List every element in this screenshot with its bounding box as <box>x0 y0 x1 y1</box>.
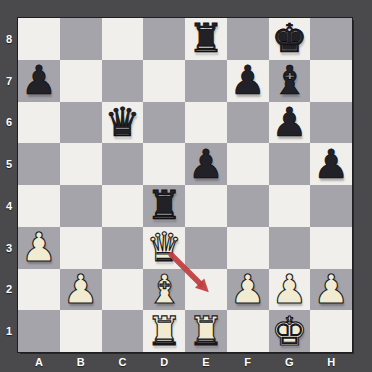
square-c8[interactable] <box>102 18 144 60</box>
square-d1[interactable]: ♜ <box>143 310 185 352</box>
rank-label-2: 2 <box>0 269 18 311</box>
square-g6[interactable]: ♟ <box>269 102 311 144</box>
piece-black-pawn-e5[interactable]: ♟ <box>188 144 224 185</box>
square-f6[interactable] <box>227 102 269 144</box>
square-h1[interactable] <box>310 310 352 352</box>
square-c4[interactable] <box>102 185 144 227</box>
piece-black-bishop-g7[interactable]: ♝ <box>271 60 307 101</box>
square-h5[interactable]: ♟ <box>310 143 352 185</box>
piece-black-pawn-a7[interactable]: ♟ <box>21 60 57 101</box>
piece-black-rook-d4[interactable]: ♜ <box>146 185 182 226</box>
square-b1[interactable] <box>60 310 102 352</box>
square-e2[interactable] <box>185 269 227 311</box>
square-a3[interactable]: ♟ <box>18 227 60 269</box>
square-b7[interactable] <box>60 60 102 102</box>
square-d7[interactable] <box>143 60 185 102</box>
file-label-e: E <box>185 352 227 372</box>
rank-label-5: 5 <box>0 143 18 185</box>
square-a2[interactable] <box>18 269 60 311</box>
piece-white-pawn-g2[interactable]: ♟ <box>271 269 307 310</box>
piece-black-king-g8[interactable]: ♚ <box>271 18 307 59</box>
square-g8[interactable]: ♚ <box>269 18 311 60</box>
square-h3[interactable] <box>310 227 352 269</box>
square-g3[interactable] <box>269 227 311 269</box>
square-f4[interactable] <box>227 185 269 227</box>
square-d8[interactable] <box>143 18 185 60</box>
square-g7[interactable]: ♝ <box>269 60 311 102</box>
rank-label-4: 4 <box>0 185 18 227</box>
square-h4[interactable] <box>310 185 352 227</box>
rank-label-8: 8 <box>0 18 18 60</box>
square-d3[interactable]: ♛ <box>143 227 185 269</box>
square-e3[interactable] <box>185 227 227 269</box>
piece-black-queen-c6[interactable]: ♛ <box>104 102 140 143</box>
rank-label-6: 6 <box>0 102 18 144</box>
rank-label-3: 3 <box>0 227 18 269</box>
piece-white-pawn-f2[interactable]: ♟ <box>230 269 266 310</box>
square-f7[interactable]: ♟ <box>227 60 269 102</box>
piece-black-pawn-g6[interactable]: ♟ <box>271 102 307 143</box>
piece-white-rook-e1[interactable]: ♜ <box>188 311 224 352</box>
piece-black-pawn-f7[interactable]: ♟ <box>230 60 266 101</box>
square-c6[interactable]: ♛ <box>102 102 144 144</box>
square-e7[interactable] <box>185 60 227 102</box>
square-g5[interactable] <box>269 143 311 185</box>
square-b3[interactable] <box>60 227 102 269</box>
file-label-h: H <box>310 352 352 372</box>
file-label-f: F <box>227 352 269 372</box>
square-a8[interactable] <box>18 18 60 60</box>
square-e1[interactable]: ♜ <box>185 310 227 352</box>
piece-black-pawn-h5[interactable]: ♟ <box>313 144 349 185</box>
square-f1[interactable] <box>227 310 269 352</box>
file-label-d: D <box>143 352 185 372</box>
rank-label-7: 7 <box>0 60 18 102</box>
rank-label-1: 1 <box>0 310 18 352</box>
square-h2[interactable]: ♟ <box>310 269 352 311</box>
square-c7[interactable] <box>102 60 144 102</box>
square-d5[interactable] <box>143 143 185 185</box>
square-g4[interactable] <box>269 185 311 227</box>
square-b4[interactable] <box>60 185 102 227</box>
square-e6[interactable] <box>185 102 227 144</box>
square-c1[interactable] <box>102 310 144 352</box>
square-e4[interactable] <box>185 185 227 227</box>
square-a6[interactable] <box>18 102 60 144</box>
piece-white-rook-d1[interactable]: ♜ <box>146 311 182 352</box>
piece-white-pawn-b2[interactable]: ♟ <box>63 269 99 310</box>
square-f5[interactable] <box>227 143 269 185</box>
chess-board: ♜♚♟♟♝♛♟♟♟♜♟♛♟♝♟♟♟♜♜♚ <box>18 18 352 352</box>
piece-white-queen-d3[interactable]: ♛ <box>146 227 182 268</box>
square-h8[interactable] <box>310 18 352 60</box>
square-c5[interactable] <box>102 143 144 185</box>
square-d2[interactable]: ♝ <box>143 269 185 311</box>
chess-board-frame: ♜♚♟♟♝♛♟♟♟♜♟♛♟♝♟♟♟♜♜♚ 87654321 ABCDEFGH <box>0 0 372 372</box>
square-b8[interactable] <box>60 18 102 60</box>
square-e5[interactable]: ♟ <box>185 143 227 185</box>
square-e8[interactable]: ♜ <box>185 18 227 60</box>
square-h7[interactable] <box>310 60 352 102</box>
piece-black-rook-e8[interactable]: ♜ <box>188 18 224 59</box>
file-label-a: A <box>18 352 60 372</box>
square-f8[interactable] <box>227 18 269 60</box>
square-d4[interactable]: ♜ <box>143 185 185 227</box>
square-c2[interactable] <box>102 269 144 311</box>
square-f2[interactable]: ♟ <box>227 269 269 311</box>
file-label-c: C <box>102 352 144 372</box>
piece-white-pawn-a3[interactable]: ♟ <box>21 227 57 268</box>
piece-white-bishop-d2[interactable]: ♝ <box>146 269 182 310</box>
square-d6[interactable] <box>143 102 185 144</box>
square-f3[interactable] <box>227 227 269 269</box>
square-g1[interactable]: ♚ <box>269 310 311 352</box>
file-label-b: B <box>60 352 102 372</box>
piece-white-king-g1[interactable]: ♚ <box>271 311 307 352</box>
square-a4[interactable] <box>18 185 60 227</box>
square-b5[interactable] <box>60 143 102 185</box>
square-c3[interactable] <box>102 227 144 269</box>
piece-white-pawn-h2[interactable]: ♟ <box>313 269 349 310</box>
square-a5[interactable] <box>18 143 60 185</box>
square-a7[interactable]: ♟ <box>18 60 60 102</box>
square-h6[interactable] <box>310 102 352 144</box>
square-a1[interactable] <box>18 310 60 352</box>
square-b2[interactable]: ♟ <box>60 269 102 311</box>
square-b6[interactable] <box>60 102 102 144</box>
file-label-g: G <box>269 352 311 372</box>
square-g2[interactable]: ♟ <box>269 269 311 311</box>
